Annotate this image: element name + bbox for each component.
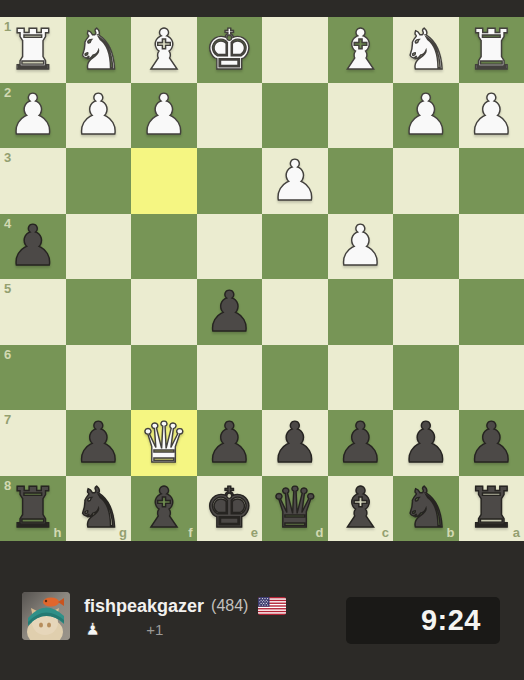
square-d6[interactable] bbox=[262, 345, 328, 411]
white-pawn-a2[interactable]: ♟ bbox=[466, 87, 516, 143]
captured-white-pawn-icon: ♟ bbox=[85, 621, 100, 638]
file-label-b: b bbox=[447, 526, 455, 539]
square-a1[interactable]: ♜ bbox=[459, 17, 524, 83]
square-e1[interactable]: ♚ bbox=[197, 17, 263, 83]
player-username[interactable]: fishpeakgazer bbox=[84, 596, 204, 617]
square-e5[interactable]: ♟ bbox=[197, 279, 263, 345]
square-e4[interactable] bbox=[197, 214, 263, 280]
white-pawn-h2[interactable]: ♟ bbox=[8, 87, 58, 143]
black-pawn-e5[interactable]: ♟ bbox=[204, 284, 254, 340]
square-e7[interactable]: ♟ bbox=[197, 410, 263, 476]
white-pawn-d3[interactable]: ♟ bbox=[270, 153, 320, 209]
player-bar: fishpeakgazer (484) bbox=[0, 541, 524, 680]
black-pawn-a7[interactable]: ♟ bbox=[466, 415, 516, 471]
white-pawn-g2[interactable]: ♟ bbox=[73, 87, 123, 143]
rank-label-3: 3 bbox=[4, 151, 11, 164]
white-knight-g1[interactable]: ♞ bbox=[73, 22, 123, 78]
square-g7[interactable]: ♟ bbox=[66, 410, 132, 476]
square-c6[interactable] bbox=[328, 345, 394, 411]
square-h2[interactable]: ♟2 bbox=[0, 83, 66, 149]
black-pawn-d7[interactable]: ♟ bbox=[270, 415, 320, 471]
square-d8[interactable]: ♛d bbox=[262, 476, 328, 542]
square-e3[interactable] bbox=[197, 148, 263, 214]
square-f3[interactable] bbox=[131, 148, 197, 214]
square-e6[interactable] bbox=[197, 345, 263, 411]
square-a4[interactable] bbox=[459, 214, 524, 280]
avatar[interactable] bbox=[22, 592, 70, 640]
white-pawn-c4[interactable]: ♟ bbox=[335, 218, 385, 274]
file-label-f: f bbox=[188, 526, 192, 539]
square-b1[interactable]: ♞ bbox=[393, 17, 459, 83]
square-f6[interactable] bbox=[131, 345, 197, 411]
rank-label-4: 4 bbox=[4, 217, 11, 230]
square-a2[interactable]: ♟ bbox=[459, 83, 524, 149]
square-b2[interactable]: ♟ bbox=[393, 83, 459, 149]
square-d5[interactable] bbox=[262, 279, 328, 345]
rank-label-6: 6 bbox=[4, 348, 11, 361]
square-c7[interactable]: ♟ bbox=[328, 410, 394, 476]
square-f1[interactable]: ♝ bbox=[131, 17, 197, 83]
square-a6[interactable] bbox=[459, 345, 524, 411]
rank-label-5: 5 bbox=[4, 282, 11, 295]
rank-label-8: 8 bbox=[4, 479, 11, 492]
square-d7[interactable]: ♟ bbox=[262, 410, 328, 476]
square-h7[interactable]: 7 bbox=[0, 410, 66, 476]
square-b8[interactable]: ♞b bbox=[393, 476, 459, 542]
square-h1[interactable]: ♜1 bbox=[0, 17, 66, 83]
file-label-g: g bbox=[119, 526, 127, 539]
square-g5[interactable] bbox=[66, 279, 132, 345]
file-label-a: a bbox=[513, 526, 520, 539]
square-c2[interactable] bbox=[328, 83, 394, 149]
player-info-line: fishpeakgazer (484) bbox=[84, 595, 286, 617]
white-rook-a1[interactable]: ♜ bbox=[466, 22, 516, 78]
avatar-cat-image bbox=[22, 592, 70, 640]
white-pawn-b2[interactable]: ♟ bbox=[401, 87, 451, 143]
square-e2[interactable] bbox=[197, 83, 263, 149]
black-pawn-h4[interactable]: ♟ bbox=[8, 218, 58, 274]
player-clock: 9:24 bbox=[346, 597, 500, 644]
black-rook-a8[interactable]: ♜ bbox=[466, 480, 516, 536]
square-g1[interactable]: ♞ bbox=[66, 17, 132, 83]
white-king-e1[interactable]: ♚ bbox=[204, 22, 254, 78]
square-c8[interactable]: ♝c bbox=[328, 476, 394, 542]
rank-label-1: 1 bbox=[4, 20, 11, 33]
file-label-d: d bbox=[316, 526, 324, 539]
white-knight-b1[interactable]: ♞ bbox=[401, 22, 451, 78]
square-f4[interactable] bbox=[131, 214, 197, 280]
square-h8[interactable]: ♜8h bbox=[0, 476, 66, 542]
white-rook-h1[interactable]: ♜ bbox=[8, 22, 58, 78]
square-g8[interactable]: ♞g bbox=[66, 476, 132, 542]
square-b5[interactable] bbox=[393, 279, 459, 345]
square-g6[interactable] bbox=[66, 345, 132, 411]
rank-label-2: 2 bbox=[4, 86, 11, 99]
square-f2[interactable]: ♟ bbox=[131, 83, 197, 149]
black-knight-b8[interactable]: ♞ bbox=[401, 480, 451, 536]
black-bishop-c8[interactable]: ♝ bbox=[335, 480, 385, 536]
white-queen-f7[interactable]: ♛ bbox=[139, 415, 189, 471]
square-h5[interactable]: 5 bbox=[0, 279, 66, 345]
black-pawn-b7[interactable]: ♟ bbox=[401, 415, 451, 471]
black-knight-g8[interactable]: ♞ bbox=[73, 480, 123, 536]
square-g2[interactable]: ♟ bbox=[66, 83, 132, 149]
square-b3[interactable] bbox=[393, 148, 459, 214]
square-b4[interactable] bbox=[393, 214, 459, 280]
square-c3[interactable] bbox=[328, 148, 394, 214]
file-label-c: c bbox=[382, 526, 389, 539]
square-g3[interactable] bbox=[66, 148, 132, 214]
black-queen-d8[interactable]: ♛ bbox=[270, 480, 320, 536]
white-bishop-f1[interactable]: ♝ bbox=[139, 22, 189, 78]
chess-board[interactable]: ♜1♞♝♚♝♞♜♟2♟♟♟♟3♟♟4♟5♟67♟♛♟♟♟♟♟♜8h♞g♝f♚e♛… bbox=[0, 17, 524, 541]
black-king-e8[interactable]: ♚ bbox=[204, 480, 254, 536]
captured-pieces-line: ♟ +1 bbox=[85, 618, 163, 640]
white-bishop-c1[interactable]: ♝ bbox=[335, 22, 385, 78]
square-g4[interactable] bbox=[66, 214, 132, 280]
rank-label-7: 7 bbox=[4, 413, 11, 426]
square-b7[interactable]: ♟ bbox=[393, 410, 459, 476]
square-a3[interactable] bbox=[459, 148, 524, 214]
square-h4[interactable]: ♟4 bbox=[0, 214, 66, 280]
square-d4[interactable] bbox=[262, 214, 328, 280]
square-f7[interactable]: ♛ bbox=[131, 410, 197, 476]
material-advantage: +1 bbox=[146, 621, 163, 638]
square-a7[interactable]: ♟ bbox=[459, 410, 524, 476]
square-f5[interactable] bbox=[131, 279, 197, 345]
black-bishop-f8[interactable]: ♝ bbox=[139, 480, 189, 536]
white-pawn-f2[interactable]: ♟ bbox=[139, 87, 189, 143]
black-pawn-g7[interactable]: ♟ bbox=[73, 415, 123, 471]
square-b6[interactable] bbox=[393, 345, 459, 411]
square-c4[interactable]: ♟ bbox=[328, 214, 394, 280]
chess-app-screen: ♜1♞♝♚♝♞♜♟2♟♟♟♟3♟♟4♟5♟67♟♛♟♟♟♟♟♜8h♞g♝f♚e♛… bbox=[0, 0, 524, 680]
square-d3[interactable]: ♟ bbox=[262, 148, 328, 214]
us-flag-icon bbox=[258, 597, 286, 615]
square-e8[interactable]: ♚e bbox=[197, 476, 263, 542]
black-pawn-e7[interactable]: ♟ bbox=[204, 415, 254, 471]
square-d2[interactable] bbox=[262, 83, 328, 149]
square-c5[interactable] bbox=[328, 279, 394, 345]
top-strip bbox=[0, 0, 524, 17]
square-d1[interactable] bbox=[262, 17, 328, 83]
square-a5[interactable] bbox=[459, 279, 524, 345]
square-a8[interactable]: ♜a bbox=[459, 476, 524, 542]
black-pawn-c7[interactable]: ♟ bbox=[335, 415, 385, 471]
black-rook-h8[interactable]: ♜ bbox=[8, 480, 58, 536]
file-label-e: e bbox=[251, 526, 258, 539]
square-f8[interactable]: ♝f bbox=[131, 476, 197, 542]
square-c1[interactable]: ♝ bbox=[328, 17, 394, 83]
player-rating: (484) bbox=[211, 597, 248, 615]
square-h6[interactable]: 6 bbox=[0, 345, 66, 411]
square-h3[interactable]: 3 bbox=[0, 148, 66, 214]
file-label-h: h bbox=[54, 526, 62, 539]
